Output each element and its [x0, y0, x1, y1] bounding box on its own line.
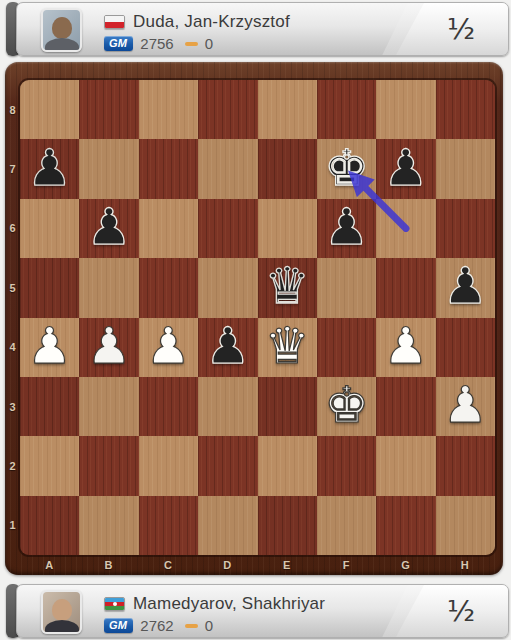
square-e7[interactable]: [258, 139, 317, 198]
rank-label-5: 5: [5, 258, 20, 317]
rank-label-7: 7: [5, 139, 20, 198]
white-king-f3[interactable]: ♚: [324, 380, 369, 430]
square-f2[interactable]: [317, 436, 376, 495]
rating-bottom: 2762: [140, 617, 173, 634]
white-pawn-b4[interactable]: ♟: [87, 321, 132, 371]
black-pawn-g7[interactable]: ♟: [384, 143, 429, 193]
poland-flag-icon: [104, 15, 125, 29]
square-c1[interactable]: [139, 496, 198, 555]
square-h7[interactable]: [436, 139, 495, 198]
square-c5[interactable]: [139, 258, 198, 317]
square-h3[interactable]: ♟: [436, 377, 495, 436]
square-f6[interactable]: ♟: [317, 199, 376, 258]
square-e3[interactable]: [258, 377, 317, 436]
square-d6[interactable]: [198, 199, 257, 258]
square-g6[interactable]: [376, 199, 435, 258]
square-e5[interactable]: ♛: [258, 258, 317, 317]
white-pawn-g4[interactable]: ♟: [384, 321, 429, 371]
square-g5[interactable]: [376, 258, 435, 317]
square-h6[interactable]: [436, 199, 495, 258]
player-avatar-top: [41, 8, 82, 52]
time-dash-icon-bottom: [185, 624, 198, 628]
square-f5[interactable]: [317, 258, 376, 317]
square-d7[interactable]: [198, 139, 257, 198]
file-label-e: E: [258, 555, 317, 575]
chess-board: ♟♚♟♟♟♛♟♟♟♟♟♛♟♚♟ 87654321ABCDEFGH: [5, 62, 503, 575]
title-badge-top: GM: [104, 36, 133, 51]
player-card-top[interactable]: Duda, Jan-Krzysztof GM 2756 0 ½: [16, 2, 509, 56]
black-pawn-h5[interactable]: ♟: [443, 261, 488, 311]
file-label-a: A: [20, 555, 79, 575]
square-a1[interactable]: [20, 496, 79, 555]
square-b5[interactable]: [79, 258, 138, 317]
square-a7[interactable]: ♟: [20, 139, 79, 198]
square-c4[interactable]: ♟: [139, 318, 198, 377]
square-g3[interactable]: [376, 377, 435, 436]
square-b7[interactable]: [79, 139, 138, 198]
file-label-h: H: [436, 555, 495, 575]
player-avatar-bottom: [41, 590, 82, 634]
square-e6[interactable]: [258, 199, 317, 258]
square-g1[interactable]: [376, 496, 435, 555]
rank-label-2: 2: [5, 436, 20, 495]
time-value-bottom: 0: [205, 617, 213, 634]
square-c8[interactable]: [139, 80, 198, 139]
file-label-c: C: [139, 555, 198, 575]
square-a4[interactable]: ♟: [20, 318, 79, 377]
square-e2[interactable]: [258, 436, 317, 495]
square-b3[interactable]: [79, 377, 138, 436]
white-pawn-c4[interactable]: ♟: [146, 321, 191, 371]
square-e8[interactable]: [258, 80, 317, 139]
square-b4[interactable]: ♟: [79, 318, 138, 377]
board-squares: ♟♚♟♟♟♛♟♟♟♟♟♛♟♚♟: [20, 80, 495, 555]
square-d5[interactable]: [198, 258, 257, 317]
file-label-b: B: [79, 555, 138, 575]
square-a3[interactable]: [20, 377, 79, 436]
square-d3[interactable]: [198, 377, 257, 436]
file-label-g: G: [376, 555, 435, 575]
white-pawn-a4[interactable]: ♟: [27, 321, 72, 371]
rank-label-8: 8: [5, 80, 20, 139]
square-h4[interactable]: [436, 318, 495, 377]
rank-label-3: 3: [5, 377, 20, 436]
rank-label-4: 4: [5, 318, 20, 377]
square-g4[interactable]: ♟: [376, 318, 435, 377]
rank-label-1: 1: [5, 496, 20, 555]
player-name-bottom: Mamedyarov, Shakhriyar: [133, 594, 325, 614]
azerbaijan-flag-icon: [104, 597, 125, 611]
rating-top: 2756: [140, 35, 173, 52]
square-b2[interactable]: [79, 436, 138, 495]
square-g2[interactable]: [376, 436, 435, 495]
square-d8[interactable]: [198, 80, 257, 139]
file-label-d: D: [198, 555, 257, 575]
square-b1[interactable]: [79, 496, 138, 555]
rank-label-6: 6: [5, 199, 20, 258]
square-e1[interactable]: [258, 496, 317, 555]
black-queen-e5[interactable]: ♛: [265, 261, 310, 311]
square-c2[interactable]: [139, 436, 198, 495]
square-c7[interactable]: [139, 139, 198, 198]
square-f1[interactable]: [317, 496, 376, 555]
square-f4[interactable]: [317, 318, 376, 377]
square-f7[interactable]: ♚: [317, 139, 376, 198]
square-g8[interactable]: [376, 80, 435, 139]
black-pawn-b6[interactable]: ♟: [87, 202, 132, 252]
black-king-f7[interactable]: ♚: [324, 143, 369, 193]
player-card-bottom[interactable]: Mamedyarov, Shakhriyar GM 2762 0 ½: [16, 584, 509, 638]
square-h2[interactable]: [436, 436, 495, 495]
square-f3[interactable]: ♚: [317, 377, 376, 436]
player-name-top: Duda, Jan-Krzysztof: [133, 12, 290, 32]
title-badge-bottom: GM: [104, 618, 133, 633]
black-pawn-a7[interactable]: ♟: [27, 143, 72, 193]
square-h8[interactable]: [436, 80, 495, 139]
square-e4[interactable]: ♛: [258, 318, 317, 377]
square-d4[interactable]: ♟: [198, 318, 257, 377]
square-b8[interactable]: [79, 80, 138, 139]
square-f8[interactable]: [317, 80, 376, 139]
square-c6[interactable]: [139, 199, 198, 258]
square-a5[interactable]: [20, 258, 79, 317]
score-top: ½: [429, 12, 475, 46]
square-h5[interactable]: ♟: [436, 258, 495, 317]
square-d2[interactable]: [198, 436, 257, 495]
black-pawn-d4[interactable]: ♟: [205, 321, 250, 371]
square-h1[interactable]: [436, 496, 495, 555]
time-value-top: 0: [205, 35, 213, 52]
square-b6[interactable]: ♟: [79, 199, 138, 258]
square-a2[interactable]: [20, 436, 79, 495]
square-c3[interactable]: [139, 377, 198, 436]
square-a6[interactable]: [20, 199, 79, 258]
square-d1[interactable]: [198, 496, 257, 555]
time-dash-icon-top: [185, 42, 198, 46]
white-pawn-h3[interactable]: ♟: [443, 380, 488, 430]
black-pawn-f6[interactable]: ♟: [324, 202, 369, 252]
white-queen-e4[interactable]: ♛: [265, 321, 310, 371]
file-label-f: F: [317, 555, 376, 575]
square-a8[interactable]: [20, 80, 79, 139]
score-bottom: ½: [429, 594, 475, 628]
square-g7[interactable]: ♟: [376, 139, 435, 198]
